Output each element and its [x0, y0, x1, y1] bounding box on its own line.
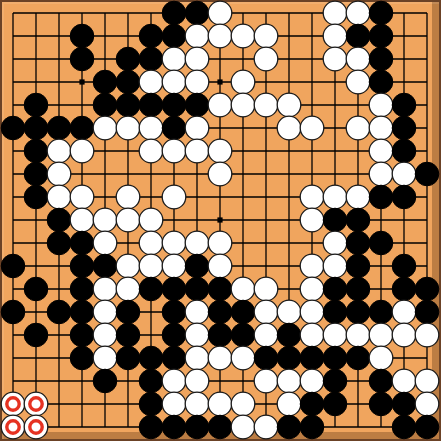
stone-white [369, 93, 393, 117]
stone-white [392, 369, 416, 393]
stone-black [323, 277, 347, 301]
stone-black [277, 346, 301, 370]
stone-white [415, 323, 439, 347]
stone-black [116, 323, 140, 347]
stone-white [346, 323, 370, 347]
stone-black [208, 415, 232, 439]
stone-white [277, 392, 301, 416]
stone-black [139, 93, 163, 117]
stone-white [162, 231, 186, 255]
stone-black [185, 93, 209, 117]
stone-white [231, 93, 255, 117]
stone-black [139, 277, 163, 301]
stone-white [231, 277, 255, 301]
stone-white [346, 1, 370, 25]
stone-black [24, 185, 48, 209]
stone-black [392, 254, 416, 278]
stone-white [323, 24, 347, 48]
stone-black [162, 1, 186, 25]
stone-white-marked [1, 415, 25, 439]
stone-black [139, 415, 163, 439]
stone-black [254, 346, 278, 370]
stone-white [254, 415, 278, 439]
stone-white [208, 254, 232, 278]
stone-white [162, 254, 186, 278]
stone-black [116, 346, 140, 370]
stone-white [70, 208, 94, 232]
stone-white [323, 323, 347, 347]
stone-black [369, 70, 393, 94]
go-board[interactable] [0, 0, 441, 441]
stone-black [346, 277, 370, 301]
stone-black [323, 346, 347, 370]
stone-white [369, 162, 393, 186]
stone-black [93, 254, 117, 278]
stone-black [392, 185, 416, 209]
stone-white [323, 185, 347, 209]
stone-black [47, 231, 71, 255]
stone-black [346, 24, 370, 48]
stone-white [392, 323, 416, 347]
stone-black [346, 208, 370, 232]
stone-white [346, 70, 370, 94]
stone-black [70, 231, 94, 255]
stone-white [231, 70, 255, 94]
stone-white [277, 369, 301, 393]
stone-white [139, 139, 163, 163]
stone-black [392, 415, 416, 439]
stone-white-marked [24, 392, 48, 416]
stone-white [254, 47, 278, 71]
stone-white [185, 24, 209, 48]
stone-black [369, 24, 393, 48]
stone-white [208, 24, 232, 48]
stone-white [139, 208, 163, 232]
stone-black [116, 300, 140, 324]
stone-white [231, 346, 255, 370]
stone-white [116, 208, 140, 232]
stone-black [162, 277, 186, 301]
stone-white [162, 369, 186, 393]
stone-black [346, 346, 370, 370]
stone-white [185, 300, 209, 324]
stone-white [231, 24, 255, 48]
stone-white [185, 231, 209, 255]
stone-white [346, 47, 370, 71]
stone-white [300, 254, 324, 278]
stone-black [185, 254, 209, 278]
stone-white [415, 369, 439, 393]
stone-black [369, 231, 393, 255]
stone-white [162, 47, 186, 71]
stone-white [47, 139, 71, 163]
stone-black [392, 116, 416, 140]
stone-black [231, 323, 255, 347]
stone-black [369, 300, 393, 324]
stone-black [208, 300, 232, 324]
stone-black [70, 254, 94, 278]
stone-white [346, 116, 370, 140]
stone-black [116, 70, 140, 94]
stone-black [139, 24, 163, 48]
stone-black [392, 139, 416, 163]
stone-black [277, 415, 301, 439]
stone-black [1, 116, 25, 140]
stone-black [70, 277, 94, 301]
stone-black [369, 392, 393, 416]
stone-white [369, 139, 393, 163]
stone-white [323, 47, 347, 71]
star-point [217, 217, 222, 222]
stone-black [139, 47, 163, 71]
stone-white [323, 254, 347, 278]
stone-white [369, 346, 393, 370]
stone-white [185, 369, 209, 393]
stone-white [185, 323, 209, 347]
stone-white [93, 208, 117, 232]
stone-white [323, 1, 347, 25]
stone-black [162, 93, 186, 117]
stone-black [162, 323, 186, 347]
stone-white [208, 346, 232, 370]
stone-white [185, 139, 209, 163]
stone-white [139, 231, 163, 255]
stone-white [323, 231, 347, 255]
stone-white [300, 185, 324, 209]
stone-black [415, 162, 439, 186]
stone-white [116, 254, 140, 278]
stone-black [231, 300, 255, 324]
stone-white [93, 300, 117, 324]
stone-black [369, 185, 393, 209]
stone-white [300, 323, 324, 347]
stone-white [346, 185, 370, 209]
stone-white [93, 116, 117, 140]
stone-black [277, 323, 301, 347]
stone-black [24, 116, 48, 140]
stone-white [231, 392, 255, 416]
stone-black [323, 369, 347, 393]
stone-black [300, 392, 324, 416]
stone-black [93, 93, 117, 117]
stone-black [70, 323, 94, 347]
stone-white [254, 300, 278, 324]
stone-black [116, 93, 140, 117]
stone-black [346, 231, 370, 255]
stone-white [162, 185, 186, 209]
stone-black [70, 300, 94, 324]
stone-black [346, 300, 370, 324]
stone-black [369, 369, 393, 393]
stone-black [1, 254, 25, 278]
stone-black [323, 300, 347, 324]
stone-white [47, 185, 71, 209]
stone-white [116, 185, 140, 209]
stone-white [208, 93, 232, 117]
stone-white [162, 139, 186, 163]
stone-black [162, 300, 186, 324]
stone-black [24, 162, 48, 186]
stone-black [47, 116, 71, 140]
stone-black [300, 346, 324, 370]
stone-white [254, 323, 278, 347]
stone-white [231, 415, 255, 439]
stone-white [254, 93, 278, 117]
stone-white [277, 300, 301, 324]
stone-black [162, 116, 186, 140]
stone-black [70, 346, 94, 370]
stone-white [116, 116, 140, 140]
stone-black [415, 277, 439, 301]
stone-black [70, 24, 94, 48]
stone-black [185, 1, 209, 25]
stone-black [116, 47, 140, 71]
stone-black [208, 323, 232, 347]
stone-black [162, 415, 186, 439]
stone-white [93, 346, 117, 370]
stone-white [369, 116, 393, 140]
stone-white [93, 231, 117, 255]
stone-black [93, 70, 117, 94]
stone-white [254, 24, 278, 48]
stone-white [185, 116, 209, 140]
stone-white [185, 47, 209, 71]
stone-white [162, 70, 186, 94]
stone-black [139, 392, 163, 416]
stone-black [300, 415, 324, 439]
stone-white [208, 231, 232, 255]
stone-black [162, 24, 186, 48]
board-grid[interactable] [0, 0, 441, 441]
stone-white [116, 277, 140, 301]
stone-black [24, 139, 48, 163]
stone-white [300, 300, 324, 324]
stone-white-marked [24, 415, 48, 439]
stone-black [392, 93, 416, 117]
stone-white [392, 162, 416, 186]
stone-black [415, 300, 439, 324]
stone-white [277, 116, 301, 140]
stone-black [392, 277, 416, 301]
stone-white [254, 277, 278, 301]
stone-white [162, 392, 186, 416]
stone-white [47, 162, 71, 186]
stone-white [300, 277, 324, 301]
stone-white [185, 346, 209, 370]
stone-black [70, 47, 94, 71]
stone-white [185, 392, 209, 416]
stone-white [139, 254, 163, 278]
stone-white [70, 185, 94, 209]
stone-white [208, 139, 232, 163]
stone-white [208, 392, 232, 416]
stone-black [47, 208, 71, 232]
star-point [217, 79, 222, 84]
stone-white [70, 139, 94, 163]
stone-black [1, 300, 25, 324]
stone-black [47, 300, 71, 324]
stone-white [139, 70, 163, 94]
star-point [79, 79, 84, 84]
stone-black [139, 369, 163, 393]
stone-black [24, 277, 48, 301]
stone-black [369, 1, 393, 25]
stone-white [277, 93, 301, 117]
stone-white [392, 300, 416, 324]
stone-white [185, 70, 209, 94]
stone-black [162, 346, 186, 370]
stone-black [70, 116, 94, 140]
stone-black [24, 323, 48, 347]
stone-black [392, 392, 416, 416]
stone-white [254, 369, 278, 393]
stone-white-marked [1, 392, 25, 416]
stone-black [323, 392, 347, 416]
stone-white [300, 208, 324, 232]
stone-white [208, 1, 232, 25]
stone-black [185, 277, 209, 301]
stone-black [415, 415, 439, 439]
stone-black [24, 93, 48, 117]
stone-black [346, 254, 370, 278]
stone-white [208, 162, 232, 186]
stone-black [185, 415, 209, 439]
stone-white [300, 369, 324, 393]
stone-black [93, 369, 117, 393]
stone-white [415, 392, 439, 416]
stone-white [93, 277, 117, 301]
stone-black [323, 208, 347, 232]
stone-black [369, 47, 393, 71]
go-diagram [0, 0, 441, 441]
stone-black [208, 277, 232, 301]
stone-white [369, 323, 393, 347]
stone-white [93, 323, 117, 347]
stone-white [300, 116, 324, 140]
stone-black [139, 346, 163, 370]
stone-white [139, 116, 163, 140]
